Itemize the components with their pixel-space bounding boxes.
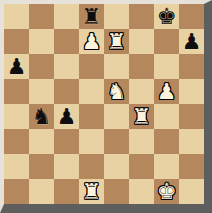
square-g6[interactable] bbox=[154, 54, 179, 79]
square-e4[interactable] bbox=[104, 104, 129, 129]
square-c8[interactable] bbox=[54, 4, 79, 29]
black-pawn-c4[interactable]: ♟ bbox=[57, 104, 77, 129]
square-g3[interactable] bbox=[154, 129, 179, 154]
square-b3[interactable] bbox=[29, 129, 54, 154]
square-c2[interactable] bbox=[54, 154, 79, 179]
square-a2[interactable] bbox=[4, 154, 29, 179]
square-g1[interactable]: ♚ bbox=[154, 179, 179, 204]
black-pawn-h7[interactable]: ♟ bbox=[182, 29, 202, 54]
square-b5[interactable] bbox=[29, 79, 54, 104]
square-c7[interactable] bbox=[54, 29, 79, 54]
square-e2[interactable] bbox=[104, 154, 129, 179]
square-g7[interactable] bbox=[154, 29, 179, 54]
square-a5[interactable] bbox=[4, 79, 29, 104]
square-b2[interactable] bbox=[29, 154, 54, 179]
square-f2[interactable] bbox=[129, 154, 154, 179]
square-h3[interactable] bbox=[179, 129, 204, 154]
square-a4[interactable] bbox=[4, 104, 29, 129]
square-h8[interactable] bbox=[179, 4, 204, 29]
white-pawn-g5[interactable]: ♟ bbox=[157, 79, 177, 104]
square-f8[interactable] bbox=[129, 4, 154, 29]
square-c6[interactable] bbox=[54, 54, 79, 79]
square-a3[interactable] bbox=[4, 129, 29, 154]
white-rook-d1[interactable]: ♜ bbox=[82, 179, 102, 204]
square-e6[interactable] bbox=[104, 54, 129, 79]
square-d4[interactable] bbox=[79, 104, 104, 129]
square-b8[interactable] bbox=[29, 4, 54, 29]
white-pawn-d7[interactable]: ♟ bbox=[82, 29, 102, 54]
square-d6[interactable] bbox=[79, 54, 104, 79]
square-b6[interactable] bbox=[29, 54, 54, 79]
square-e7[interactable]: ♜ bbox=[104, 29, 129, 54]
square-h2[interactable] bbox=[179, 154, 204, 179]
square-e5[interactable]: ♞ bbox=[104, 79, 129, 104]
square-h5[interactable] bbox=[179, 79, 204, 104]
white-knight-e5[interactable]: ♞ bbox=[107, 79, 127, 104]
square-f6[interactable] bbox=[129, 54, 154, 79]
square-g5[interactable]: ♟ bbox=[154, 79, 179, 104]
square-f1[interactable] bbox=[129, 179, 154, 204]
white-rook-f4[interactable]: ♜ bbox=[132, 104, 152, 129]
chess-board[interactable]: ♜♚♟♜♟♟♞♟♞♟♜♜♚ bbox=[4, 4, 204, 204]
square-h7[interactable]: ♟ bbox=[179, 29, 204, 54]
black-king-g8[interactable]: ♚ bbox=[157, 4, 177, 29]
square-e1[interactable] bbox=[104, 179, 129, 204]
square-c3[interactable] bbox=[54, 129, 79, 154]
black-rook-d8[interactable]: ♜ bbox=[82, 4, 102, 29]
square-a7[interactable] bbox=[4, 29, 29, 54]
square-d7[interactable]: ♟ bbox=[79, 29, 104, 54]
square-h4[interactable] bbox=[179, 104, 204, 129]
square-f5[interactable] bbox=[129, 79, 154, 104]
black-pawn-a6[interactable]: ♟ bbox=[7, 54, 27, 79]
square-b1[interactable] bbox=[29, 179, 54, 204]
square-b4[interactable]: ♞ bbox=[29, 104, 54, 129]
white-rook-e7[interactable]: ♜ bbox=[107, 29, 127, 54]
square-c1[interactable] bbox=[54, 179, 79, 204]
square-a8[interactable] bbox=[4, 4, 29, 29]
chess-board-frame: ♜♚♟♜♟♟♞♟♞♟♜♜♚ bbox=[0, 0, 212, 213]
square-b7[interactable] bbox=[29, 29, 54, 54]
square-f7[interactable] bbox=[129, 29, 154, 54]
square-c5[interactable] bbox=[54, 79, 79, 104]
square-g2[interactable] bbox=[154, 154, 179, 179]
square-f3[interactable] bbox=[129, 129, 154, 154]
square-e3[interactable] bbox=[104, 129, 129, 154]
square-g8[interactable]: ♚ bbox=[154, 4, 179, 29]
square-h1[interactable] bbox=[179, 179, 204, 204]
square-g4[interactable] bbox=[154, 104, 179, 129]
square-d8[interactable]: ♜ bbox=[79, 4, 104, 29]
square-d5[interactable] bbox=[79, 79, 104, 104]
white-king-g1[interactable]: ♚ bbox=[157, 179, 177, 204]
square-f4[interactable]: ♜ bbox=[129, 104, 154, 129]
square-a6[interactable]: ♟ bbox=[4, 54, 29, 79]
square-d1[interactable]: ♜ bbox=[79, 179, 104, 204]
square-h6[interactable] bbox=[179, 54, 204, 79]
square-e8[interactable] bbox=[104, 4, 129, 29]
square-c4[interactable]: ♟ bbox=[54, 104, 79, 129]
black-knight-b4[interactable]: ♞ bbox=[32, 104, 52, 129]
square-d2[interactable] bbox=[79, 154, 104, 179]
square-d3[interactable] bbox=[79, 129, 104, 154]
square-a1[interactable] bbox=[4, 179, 29, 204]
